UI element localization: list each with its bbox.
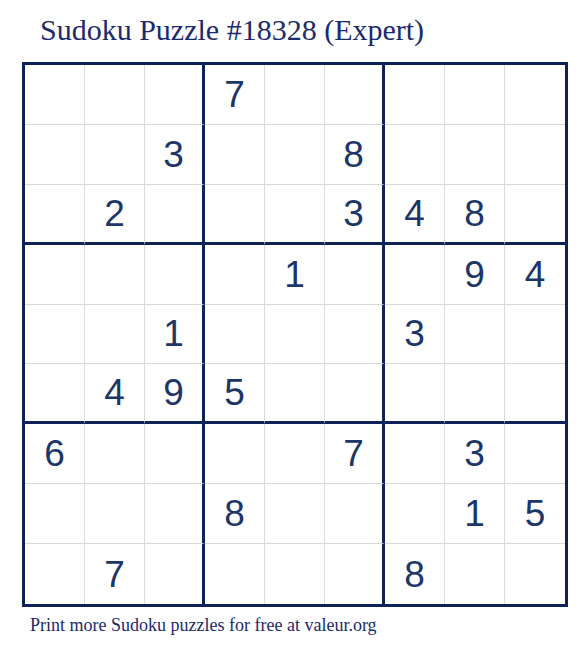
sudoku-cell-r2c9 [505,125,565,185]
sudoku-cell-r7c8: 3 [445,424,505,484]
sudoku-cell-r7c1: 6 [25,424,85,484]
sudoku-cell-r6c5 [265,364,325,424]
sudoku-cell-r3c6: 3 [325,185,385,245]
sudoku-cell-r6c7 [385,364,445,424]
sudoku-cell-r1c8 [445,65,505,125]
sudoku-cell-r8c2 [85,484,145,544]
sudoku-cell-r4c3 [145,245,205,305]
sudoku-cell-r7c3 [145,424,205,484]
sudoku-cell-r2c3: 3 [145,125,205,185]
sudoku-cell-r9c5 [265,544,325,604]
sudoku-cell-r6c4: 5 [205,364,265,424]
sudoku-cell-r6c8 [445,364,505,424]
sudoku-cell-r9c6 [325,544,385,604]
sudoku-cell-r9c1 [25,544,85,604]
sudoku-cell-r5c2 [85,305,145,365]
sudoku-cell-r2c7 [385,125,445,185]
sudoku-cell-r2c2 [85,125,145,185]
sudoku-cell-r3c8: 8 [445,185,505,245]
sudoku-cell-r8c6 [325,484,385,544]
sudoku-cell-r9c7: 8 [385,544,445,604]
sudoku-cell-r5c6 [325,305,385,365]
sudoku-cell-r7c2 [85,424,145,484]
sudoku-cell-r4c2 [85,245,145,305]
sudoku-cell-r3c1 [25,185,85,245]
sudoku-cell-r9c3 [145,544,205,604]
sudoku-cell-r7c7 [385,424,445,484]
sudoku-cell-r4c5: 1 [265,245,325,305]
sudoku-cell-r2c6: 8 [325,125,385,185]
sudoku-cell-r8c7 [385,484,445,544]
sudoku-cell-r9c8 [445,544,505,604]
sudoku-cell-r3c4 [205,185,265,245]
sudoku-cell-r1c5 [265,65,325,125]
sudoku-cell-r7c9 [505,424,565,484]
sudoku-cell-r3c3 [145,185,205,245]
footer-text: Print more Sudoku puzzles for free at va… [30,615,377,636]
sudoku-cell-r5c8 [445,305,505,365]
sudoku-cell-r1c9 [505,65,565,125]
sudoku-cell-r7c4 [205,424,265,484]
sudoku-cell-r7c5 [265,424,325,484]
sudoku-cell-r4c4 [205,245,265,305]
sudoku-cell-r5c1 [25,305,85,365]
sudoku-cell-r1c1 [25,65,85,125]
sudoku-cell-r9c2: 7 [85,544,145,604]
sudoku-cell-r7c6: 7 [325,424,385,484]
sudoku-cell-r3c7: 4 [385,185,445,245]
sudoku-cell-r5c7: 3 [385,305,445,365]
sudoku-grid: 73823481941349567381578 [22,62,568,607]
sudoku-cell-r8c3 [145,484,205,544]
sudoku-cell-r3c2: 2 [85,185,145,245]
sudoku-cell-r6c1 [25,364,85,424]
page-title: Sudoku Puzzle #18328 (Expert) [40,13,424,47]
sudoku-cell-r4c1 [25,245,85,305]
sudoku-cell-r4c6 [325,245,385,305]
sudoku-cell-r4c9: 4 [505,245,565,305]
sudoku-cell-r8c5 [265,484,325,544]
sudoku-cell-r9c4 [205,544,265,604]
sudoku-cell-r8c9: 5 [505,484,565,544]
sudoku-cell-r5c9 [505,305,565,365]
sudoku-cell-r2c5 [265,125,325,185]
sudoku-cell-r4c7 [385,245,445,305]
sudoku-cell-r1c6 [325,65,385,125]
sudoku-cell-r6c3: 9 [145,364,205,424]
sudoku-cell-r8c4: 8 [205,484,265,544]
sudoku-cell-r6c9 [505,364,565,424]
sudoku-cell-r3c5 [265,185,325,245]
sudoku-cell-r2c1 [25,125,85,185]
sudoku-cell-r2c8 [445,125,505,185]
sudoku-cell-r2c4 [205,125,265,185]
sudoku-cell-r3c9 [505,185,565,245]
sudoku-cell-r9c9 [505,544,565,604]
sudoku-cell-r5c4 [205,305,265,365]
sudoku-cell-r4c8: 9 [445,245,505,305]
sudoku-cell-r6c2: 4 [85,364,145,424]
sudoku-cell-r1c7 [385,65,445,125]
sudoku-cell-r1c3 [145,65,205,125]
sudoku-cell-r8c1 [25,484,85,544]
sudoku-cell-r8c8: 1 [445,484,505,544]
sudoku-cell-r5c3: 1 [145,305,205,365]
sudoku-cell-r5c5 [265,305,325,365]
sudoku-cell-r6c6 [325,364,385,424]
sudoku-cell-r1c2 [85,65,145,125]
sudoku-cell-r1c4: 7 [205,65,265,125]
